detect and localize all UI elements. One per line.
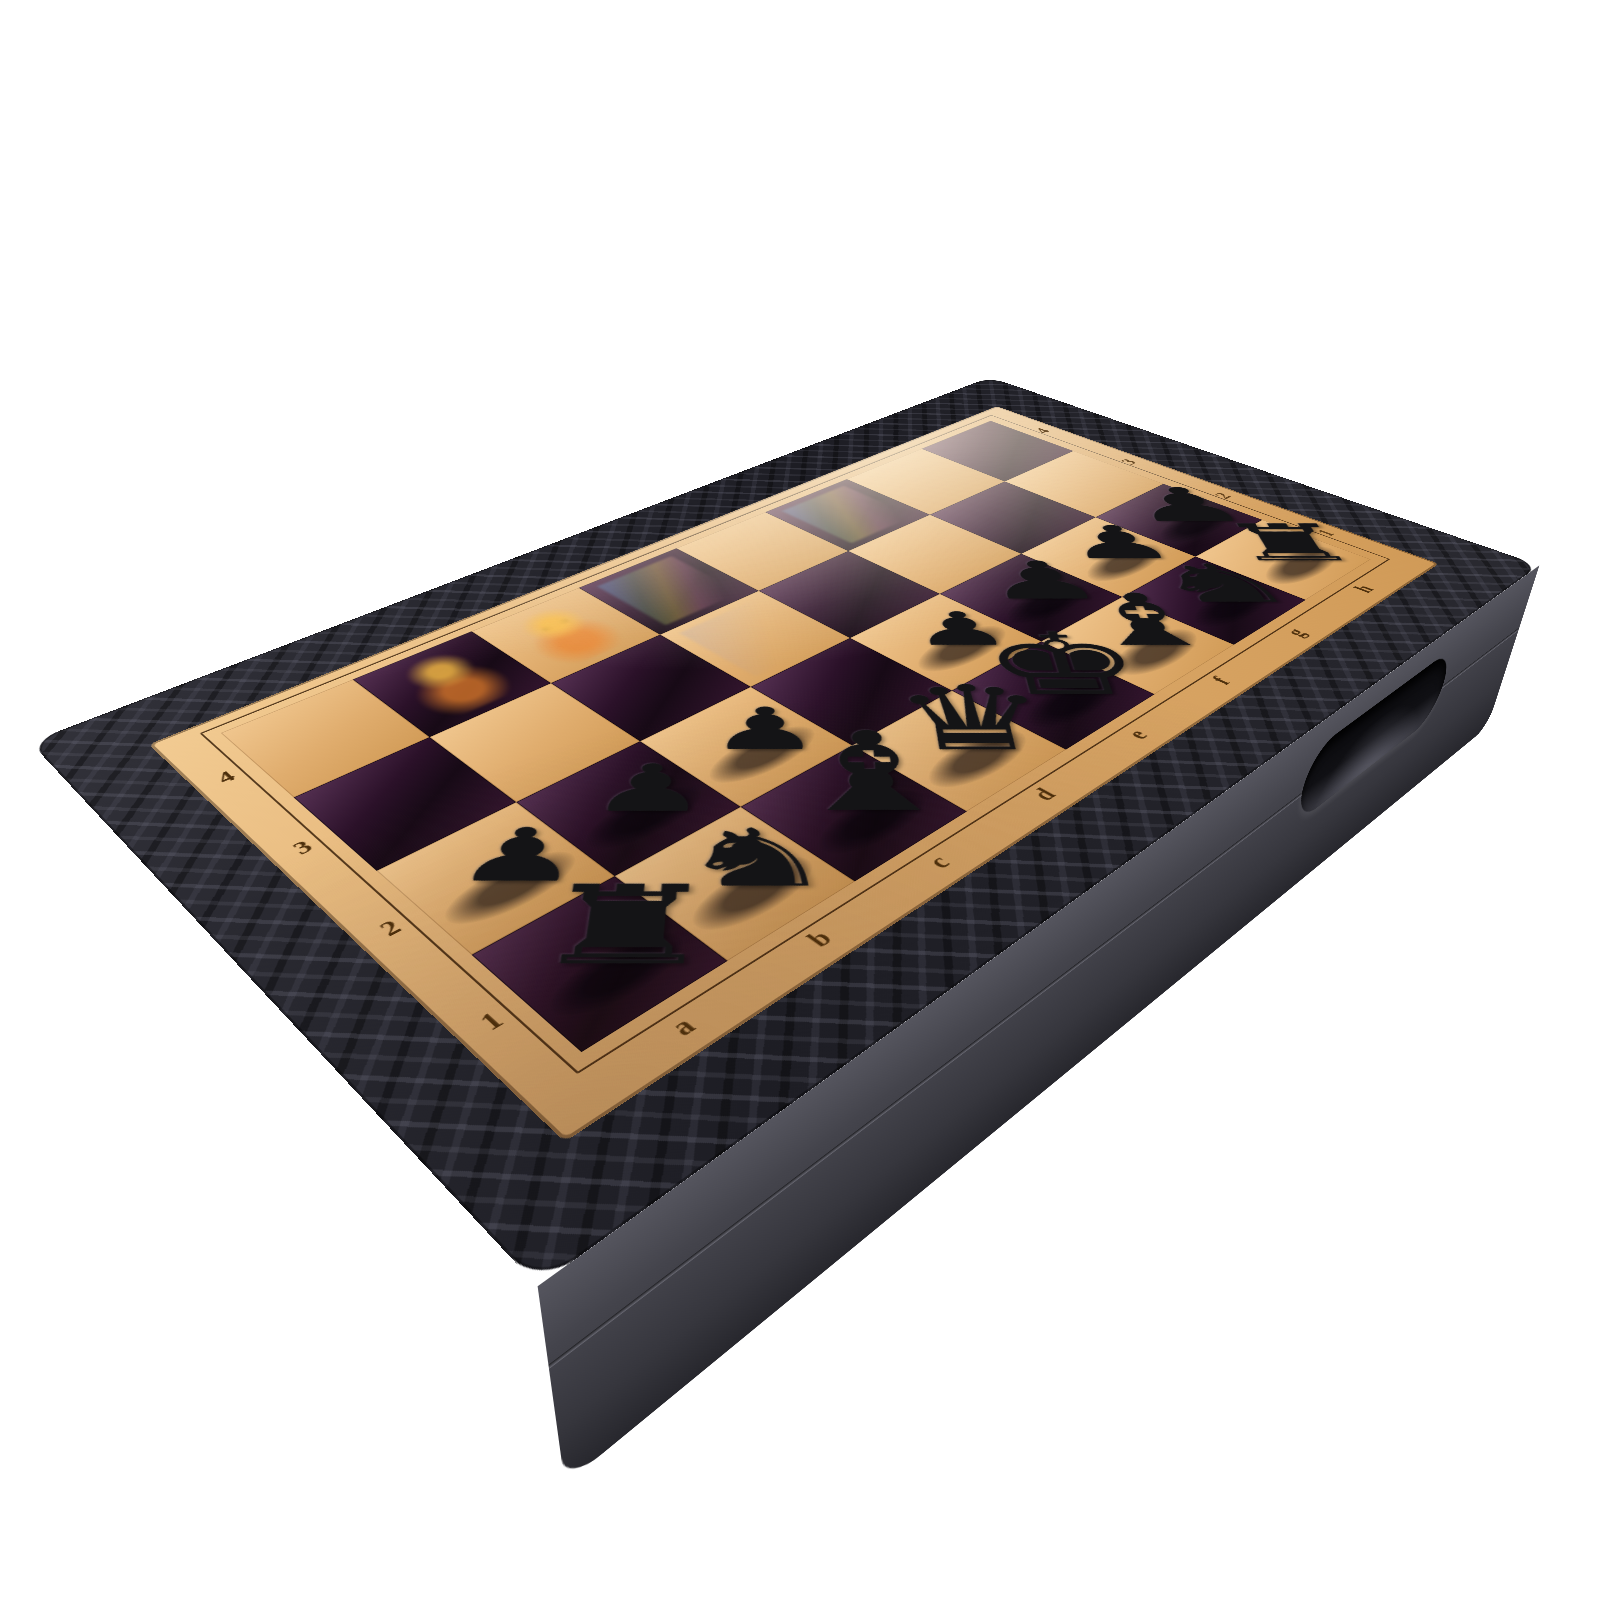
rank-label-left-3: 3 <box>288 836 319 858</box>
rank-label-left-2: 2 <box>374 915 408 941</box>
file-label-b: b <box>800 925 840 952</box>
product-photo-scene: abcdefgh11223344 ♜♞♝♛♚♝♞♜♟♟♟♟♟♟♟ <box>0 0 1600 1600</box>
file-label-a: a <box>664 1011 704 1041</box>
chess-board: abcdefgh11223344 ♜♞♝♛♚♝♞♜♟♟♟♟♟♟♟ <box>149 406 1439 1142</box>
file-label-h: h <box>1348 582 1379 596</box>
rank-label-right-3: 3 <box>1116 457 1141 467</box>
rank-label-right-4: 4 <box>1031 426 1054 435</box>
file-label-d: d <box>1026 784 1062 805</box>
rank-label-left-1: 1 <box>473 1006 511 1036</box>
file-label-f: f <box>1206 673 1236 688</box>
chess-case: abcdefgh11223344 ♜♞♝♛♚♝♞♜♟♟♟♟♟♟♟ <box>30 377 1540 1286</box>
square-a3 <box>294 737 516 871</box>
file-label-e: e <box>1121 725 1154 742</box>
carry-handle <box>1294 647 1454 826</box>
file-label-g: g <box>1280 625 1312 640</box>
rank-label-left-4: 4 <box>212 767 241 787</box>
square-a1 <box>472 876 728 1052</box>
file-label-c: c <box>921 851 957 873</box>
